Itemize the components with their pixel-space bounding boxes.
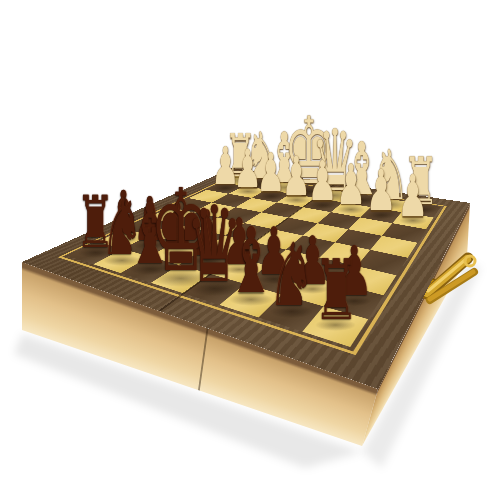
piece-white-pawn-c2[interactable]: ♟ bbox=[334, 158, 368, 214]
fold-seam-side bbox=[198, 328, 208, 391]
chess-set-photo: ♜♞♝♛♚♝♞♜♟♟♟♟♟♟♟♟♟♟♟♟♟♟♟♟♜♞♝♛♚♝♞♜ bbox=[0, 0, 500, 500]
piece-black-rook-a8[interactable]: ♜ bbox=[311, 249, 362, 332]
piece-white-pawn-a2[interactable]: ♟ bbox=[396, 167, 431, 225]
piece-white-pawn-b2[interactable]: ♟ bbox=[364, 163, 398, 220]
